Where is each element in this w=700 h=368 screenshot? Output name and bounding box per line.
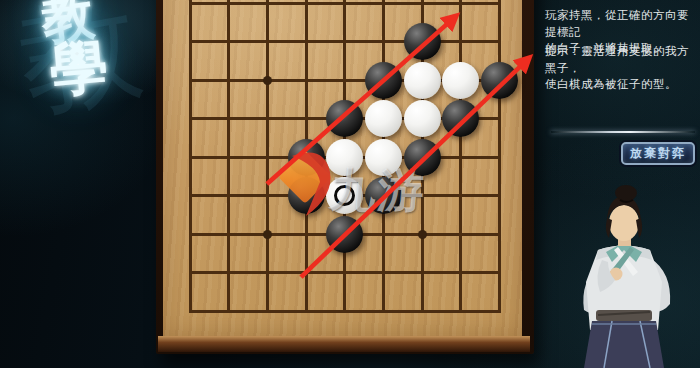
tutorial-calligraphy: 教 教 學 (28, 0, 148, 190)
instruction-line-1: 玩家持黑，從正確的方向要提標記 (545, 7, 700, 40)
npc-character (540, 180, 700, 368)
panel-divider (551, 131, 695, 133)
hint-text: 提示：靈活運用支援的我方黑子， 使白棋成為被征子的型。 (545, 43, 700, 93)
go-board (156, 0, 534, 354)
hint-line-2: 使白棋成為被征子的型。 (545, 76, 700, 93)
calligraphy-char-learn: 學 (47, 28, 112, 111)
give-up-button-label: 放棄對弈 (630, 145, 686, 162)
hint-line-1: 提示：靈活運用支援的我方黑子， (545, 43, 700, 76)
give-up-game-button[interactable]: 放棄對弈 (621, 142, 695, 165)
board-play-area[interactable] (163, 0, 522, 336)
board-bevel-edge (158, 336, 530, 352)
game-screen: 教 教 學 九游 玩家持黑，從正確的方向要提標記 的白子，並將其提取。 提示：靈… (0, 0, 700, 368)
